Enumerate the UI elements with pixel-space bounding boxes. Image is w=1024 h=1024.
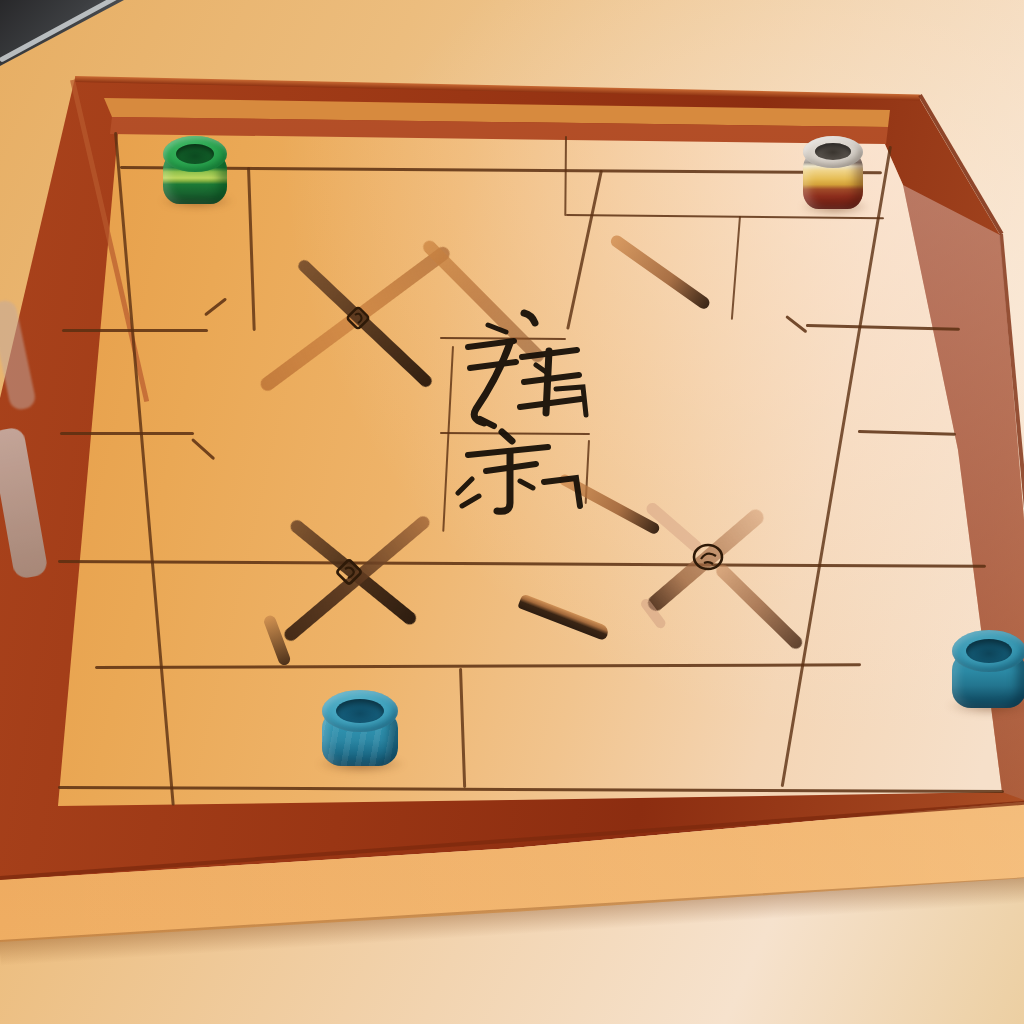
grid-line [62, 329, 208, 332]
piece-teal-ring-1[interactable] [322, 690, 398, 770]
piece-hole [336, 699, 384, 723]
scene: { "meta": { "description": "Photo-style … [0, 0, 1024, 1024]
piece-teal-ring-2[interactable] [952, 630, 1024, 712]
piece-stacked-ring[interactable] [803, 136, 863, 214]
calligraphy-inscription [440, 295, 610, 535]
piece-hole [966, 639, 1012, 663]
seal-stamp [691, 542, 725, 572]
seal-stamp [343, 303, 373, 333]
piece-green-ring[interactable] [163, 136, 227, 208]
grid-line [60, 432, 194, 435]
corner-tray-object [0, 0, 150, 70]
seal-stamp [333, 556, 365, 588]
piece-hole [176, 144, 214, 164]
piece-hole [815, 143, 851, 160]
